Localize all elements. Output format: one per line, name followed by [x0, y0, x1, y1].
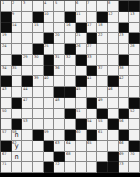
clue-number: 7	[87, 1, 89, 5]
block-cell	[44, 141, 55, 152]
cell-4-2[interactable]	[12, 33, 23, 44]
cell-6-6[interactable]: 31	[54, 55, 65, 66]
cell-5-10[interactable]	[97, 44, 108, 55]
cell-2-13[interactable]: 13	[129, 12, 140, 23]
block-cell	[76, 76, 87, 87]
block-cell	[129, 141, 140, 152]
clue-number: 21	[76, 33, 81, 37]
cell-12-9[interactable]: 54	[87, 119, 98, 130]
cell-16-7[interactable]	[65, 162, 76, 173]
cell-5-8[interactable]: 26	[76, 44, 87, 55]
clue-number: 70	[130, 152, 135, 156]
cell-1-3[interactable]: 3	[22, 1, 33, 12]
cell-4-11[interactable]	[108, 33, 119, 44]
clue-number: 20	[55, 33, 60, 37]
block-cell	[129, 33, 140, 44]
cell-4-12[interactable]: 23	[119, 33, 130, 44]
cell-12-3[interactable]: 53	[22, 119, 33, 130]
block-cell	[65, 130, 76, 141]
block-cell	[65, 87, 76, 98]
cell-4-4[interactable]	[33, 33, 44, 44]
clue-number: 25	[44, 44, 49, 48]
cell-16-13[interactable]	[129, 162, 140, 173]
cell-14-9[interactable]: 65	[87, 141, 98, 152]
cell-10-12[interactable]	[119, 98, 130, 109]
clue-number: 34	[2, 66, 7, 70]
clue-number: 41	[87, 76, 92, 80]
clue-number: 13	[130, 12, 135, 16]
block-cell	[87, 33, 98, 44]
clue-number: 8	[108, 1, 110, 5]
clue-number: 31	[55, 55, 60, 59]
block-cell	[12, 55, 23, 66]
cell-13-5[interactable]: 59	[44, 130, 55, 141]
block-cell	[1, 141, 12, 152]
cell-14-7[interactable]: 64	[65, 141, 76, 152]
clue-number: 6	[76, 1, 78, 5]
cell-6-13[interactable]	[129, 55, 140, 66]
cell-4-10[interactable]: 22	[97, 33, 108, 44]
cell-letter: n	[12, 132, 22, 140]
clue-number: 19	[2, 33, 7, 37]
cell-13-10[interactable]: 61	[97, 130, 108, 141]
clue-number: 51	[76, 109, 81, 113]
cell-letter: n	[12, 154, 22, 162]
cell-2-5[interactable]: 10	[44, 12, 55, 23]
cell-5-6[interactable]	[54, 44, 65, 55]
clue-number: 37	[98, 66, 103, 70]
cell-3-3[interactable]	[22, 23, 33, 34]
cell-16-6[interactable]: 72	[54, 162, 65, 173]
cell-3-2[interactable]: 14	[12, 23, 23, 34]
cell-6-1[interactable]	[1, 55, 12, 66]
cell-13-11[interactable]	[108, 130, 119, 141]
clue-number: 23	[119, 33, 124, 37]
clue-number: 69	[119, 152, 124, 156]
cell-12-1[interactable]	[1, 119, 12, 130]
bottom-margin	[0, 173, 140, 177]
cell-9-4[interactable]	[33, 87, 44, 98]
clue-number: 14	[12, 23, 17, 27]
cell-7-3[interactable]	[22, 66, 33, 77]
cell-14-12[interactable]: 66	[119, 141, 130, 152]
cell-12-12[interactable]: 56	[119, 119, 130, 130]
cell-5-11[interactable]	[108, 44, 119, 55]
cell-4-6[interactable]: 20	[54, 33, 65, 44]
cell-4-1[interactable]: 19	[1, 33, 12, 44]
clue-number: 71	[2, 162, 7, 166]
cell-7-13[interactable]	[129, 66, 140, 77]
cell-6-10[interactable]	[97, 55, 108, 66]
cell-5-3[interactable]	[22, 44, 33, 55]
crossword-grid: 1234567891011121314151617181920212223242…	[0, 0, 140, 173]
block-cell	[119, 55, 130, 66]
clue-number: 11	[76, 12, 81, 16]
cell-12-13[interactable]	[129, 119, 140, 130]
clue-number: 55	[98, 119, 103, 123]
cell-12-6[interactable]	[54, 119, 65, 130]
clue-number: 44	[23, 87, 28, 91]
block-cell	[108, 162, 119, 173]
cell-5-2[interactable]	[12, 44, 23, 55]
cell-15-8[interactable]	[76, 152, 87, 163]
cell-12-10[interactable]: 55	[97, 119, 108, 130]
clue-number: 26	[76, 44, 81, 48]
cell-5-9[interactable]: 27	[87, 44, 98, 55]
cell-11-6[interactable]	[54, 109, 65, 120]
block-cell	[1, 12, 12, 23]
block-cell	[44, 55, 55, 66]
cell-1-4[interactable]	[33, 1, 44, 12]
cell-13-3[interactable]	[22, 130, 33, 141]
cell-9-11[interactable]: 46	[108, 87, 119, 98]
cell-13-13[interactable]	[129, 130, 140, 141]
block-cell	[129, 98, 140, 109]
block-cell	[108, 152, 119, 163]
clue-number: 49	[98, 98, 103, 102]
cell-14-2[interactable]: 62y	[12, 141, 23, 152]
cell-9-3[interactable]: 44	[22, 87, 33, 98]
clue-number: 64	[66, 141, 71, 145]
cell-15-2[interactable]: n	[12, 152, 23, 163]
block-cell	[33, 44, 44, 55]
clue-number: 63	[55, 141, 60, 145]
clue-number: 60	[76, 130, 81, 134]
cell-9-2[interactable]	[12, 87, 23, 98]
cell-13-8[interactable]: 60	[76, 130, 87, 141]
clue-number: 45	[76, 87, 81, 91]
clue-number: 27	[87, 44, 92, 48]
clue-number: 15	[34, 23, 39, 27]
cell-3-4[interactable]: 15	[33, 23, 44, 34]
cell-16-1[interactable]: 71	[1, 162, 12, 173]
cell-9-12[interactable]	[119, 87, 130, 98]
cell-3-9[interactable]: 17	[87, 23, 98, 34]
cell-11-11[interactable]	[108, 109, 119, 120]
cell-14-11[interactable]	[108, 141, 119, 152]
cell-16-8[interactable]	[76, 162, 87, 173]
block-cell	[87, 130, 98, 141]
cell-1-11[interactable]: 8	[108, 1, 119, 12]
cell-13-2[interactable]: 58n	[12, 130, 23, 141]
block-cell	[44, 33, 55, 44]
clue-number: 38	[119, 66, 124, 70]
clue-number: 17	[87, 23, 92, 27]
cell-13-1[interactable]: 57	[1, 130, 12, 141]
cell-7-6[interactable]: 36	[54, 66, 65, 77]
cell-6-9[interactable]: 33	[87, 55, 98, 66]
block-cell	[33, 12, 44, 23]
cell-7-10[interactable]: 37	[97, 66, 108, 77]
clue-number: 28	[130, 44, 135, 48]
cell-8-12[interactable]: 42	[119, 76, 130, 87]
cell-13-6[interactable]	[54, 130, 65, 141]
block-cell	[87, 98, 98, 109]
cell-7-11[interactable]	[108, 66, 119, 77]
cell-15-5[interactable]	[44, 152, 55, 163]
cell-5-1[interactable]: 24	[1, 44, 12, 55]
cell-1-5[interactable]: 4	[44, 1, 55, 12]
clue-number: 36	[55, 66, 60, 70]
clue-number: 54	[87, 119, 92, 123]
block-cell	[65, 109, 76, 120]
cell-8-6[interactable]	[54, 76, 65, 87]
block-cell	[65, 44, 76, 55]
clue-number: 48	[55, 98, 60, 102]
cell-10-1[interactable]	[1, 98, 12, 109]
block-cell	[97, 12, 108, 23]
cell-9-5[interactable]	[44, 87, 55, 98]
cell-10-6[interactable]: 48	[54, 98, 65, 109]
block-cell	[33, 130, 44, 141]
cell-1-6[interactable]: 5	[54, 1, 65, 12]
clue-number: 12	[108, 12, 113, 16]
clue-number: 35	[12, 66, 17, 70]
clue-number: 3	[23, 1, 25, 5]
cell-1-10[interactable]	[97, 1, 108, 12]
cell-14-3[interactable]	[22, 141, 33, 152]
block-cell	[54, 87, 65, 98]
cell-4-8[interactable]: 21	[76, 33, 87, 44]
clue-number: 57	[2, 130, 7, 134]
cell-1-1[interactable]: 1	[1, 1, 12, 12]
clue-number: 66	[119, 141, 124, 145]
clue-number: 47	[23, 98, 28, 102]
cell-9-13[interactable]	[129, 87, 140, 98]
clue-number: 68	[66, 152, 71, 156]
crossword-board: 1234567891011121314151617181920212223242…	[0, 0, 140, 177]
cell-9-8[interactable]: 45	[76, 87, 87, 98]
cell-14-4[interactable]	[33, 141, 44, 152]
cell-12-7[interactable]	[65, 119, 76, 130]
cell-1-8[interactable]: 6	[76, 1, 87, 12]
cell-2-12[interactable]	[119, 12, 130, 23]
clue-number: 30	[34, 55, 39, 59]
cell-14-10[interactable]	[97, 141, 108, 152]
cell-3-7[interactable]: 16	[65, 23, 76, 34]
cell-3-13[interactable]	[129, 23, 140, 34]
block-cell	[12, 119, 23, 130]
block-cell	[1, 76, 12, 87]
cell-7-8[interactable]	[76, 66, 87, 77]
clue-number: 10	[44, 12, 49, 16]
clue-number: 43	[2, 87, 7, 91]
clue-number: 61	[98, 130, 103, 134]
clue-number: 39	[34, 76, 39, 80]
cell-15-4[interactable]	[33, 152, 44, 163]
cell-16-12[interactable]: 73	[119, 162, 130, 173]
cell-10-8[interactable]	[76, 98, 87, 109]
cell-14-8[interactable]	[76, 141, 87, 152]
block-cell	[108, 76, 119, 87]
cell-11-1[interactable]: 50	[1, 109, 12, 120]
cell-2-9[interactable]	[87, 12, 98, 23]
clue-number: 1	[2, 1, 4, 5]
cell-12-5[interactable]	[44, 119, 55, 130]
cell-14-6[interactable]: 63	[54, 141, 65, 152]
block-cell	[76, 55, 87, 66]
clue-number: 16	[66, 23, 71, 27]
cell-4-7[interactable]	[65, 33, 76, 44]
block-cell	[12, 98, 23, 109]
cell-1-9[interactable]: 7	[87, 1, 98, 12]
clue-number: 18	[98, 23, 103, 27]
cell-2-2[interactable]: 9	[12, 12, 23, 23]
cell-11-2[interactable]	[12, 109, 23, 120]
cell-7-1[interactable]: 34	[1, 66, 12, 77]
cell-6-11[interactable]	[108, 55, 119, 66]
clue-number: 9	[12, 12, 14, 16]
cell-11-8[interactable]: 51	[76, 109, 87, 120]
clue-number: 72	[55, 162, 60, 166]
cell-9-9[interactable]	[87, 87, 98, 98]
cell-5-5[interactable]: 25	[44, 44, 55, 55]
cell-15-9[interactable]	[87, 152, 98, 163]
cell-8-4[interactable]: 39	[33, 76, 44, 87]
cell-8-9[interactable]: 41	[87, 76, 98, 87]
clue-number: 52	[130, 109, 135, 113]
block-cell	[119, 1, 130, 12]
block-cell	[22, 76, 33, 87]
cell-6-3[interactable]: 29	[22, 55, 33, 66]
cell-10-11[interactable]	[108, 98, 119, 109]
cell-11-13[interactable]: 52	[129, 109, 140, 120]
block-cell	[129, 1, 140, 12]
cell-12-4[interactable]	[33, 119, 44, 130]
clue-number: 5	[55, 1, 57, 5]
block-cell	[44, 162, 55, 173]
cell-8-2[interactable]	[12, 76, 23, 87]
clue-number: 73	[119, 162, 124, 166]
block-cell	[76, 119, 87, 130]
cell-10-5[interactable]	[44, 98, 55, 109]
block-cell	[97, 162, 108, 173]
cell-5-12[interactable]	[119, 44, 130, 55]
block-cell	[65, 12, 76, 23]
cell-11-5[interactable]	[44, 109, 55, 120]
cell-2-8[interactable]: 11	[76, 12, 87, 23]
cell-16-9[interactable]	[87, 162, 98, 173]
cell-8-7[interactable]	[65, 76, 76, 87]
cell-2-11[interactable]: 12	[108, 12, 119, 23]
cell-10-10[interactable]: 49	[97, 98, 108, 109]
cell-16-3[interactable]	[22, 162, 33, 173]
clue-number: 56	[119, 119, 124, 123]
clue-number: 65	[87, 141, 92, 145]
clue-number: 33	[87, 55, 92, 59]
cell-10-3[interactable]: 47	[22, 98, 33, 109]
block-cell	[119, 130, 130, 141]
cell-15-13[interactable]: 70	[129, 152, 140, 163]
cell-8-5[interactable]: 40	[44, 76, 55, 87]
cell-9-1[interactable]: 43	[1, 87, 12, 98]
cell-11-4[interactable]	[33, 109, 44, 120]
clue-number: 2	[12, 1, 14, 5]
cell-10-7[interactable]	[65, 98, 76, 109]
cell-6-4[interactable]: 30	[33, 55, 44, 66]
cell-15-7[interactable]: 68	[65, 152, 76, 163]
cell-15-3[interactable]	[22, 152, 33, 163]
clue-number: 40	[44, 76, 49, 80]
clue-number: 42	[119, 76, 124, 80]
cell-16-2[interactable]	[12, 162, 23, 173]
clue-number: 29	[23, 55, 28, 59]
clue-number: 67	[2, 152, 7, 156]
cell-2-6[interactable]	[54, 12, 65, 23]
cell-letter: y	[12, 143, 22, 151]
cell-9-10[interactable]	[97, 87, 108, 98]
clue-number: 53	[23, 119, 28, 123]
cell-15-10[interactable]	[97, 152, 108, 163]
cell-1-2[interactable]: 2	[12, 1, 23, 12]
cell-10-4[interactable]	[33, 98, 44, 109]
cell-8-10[interactable]	[97, 76, 108, 87]
clue-number: 59	[44, 130, 49, 134]
cell-16-4[interactable]	[33, 162, 44, 173]
cell-2-3[interactable]	[22, 12, 33, 23]
block-cell	[108, 119, 119, 130]
cell-7-7[interactable]	[65, 66, 76, 77]
clue-number: 24	[2, 44, 7, 48]
clue-number: 4	[44, 1, 46, 5]
clue-number: 32	[66, 55, 71, 59]
clue-number: 22	[98, 33, 103, 37]
cell-3-11[interactable]	[108, 23, 119, 34]
cell-1-7[interactable]	[65, 1, 76, 12]
cell-4-3[interactable]	[22, 33, 33, 44]
clue-number: 46	[108, 87, 113, 91]
cell-8-13[interactable]	[129, 76, 140, 87]
cell-6-7[interactable]: 32	[65, 55, 76, 66]
cell-5-13[interactable]: 28	[129, 44, 140, 55]
clue-number: 50	[2, 109, 7, 113]
cell-3-5[interactable]	[44, 23, 55, 34]
cell-7-2[interactable]: 35	[12, 66, 23, 77]
